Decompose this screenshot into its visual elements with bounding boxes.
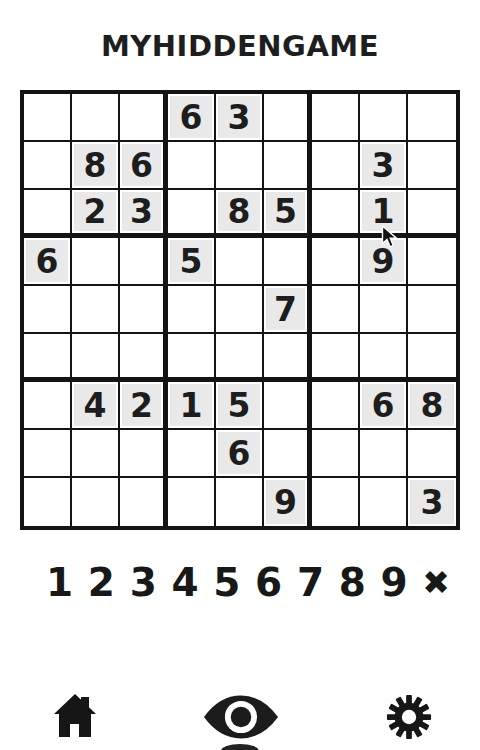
cell-r5c6[interactable]: 7 <box>264 286 312 334</box>
cell-r7c9[interactable]: 8 <box>408 382 456 430</box>
cell-r4c1[interactable]: 6 <box>24 238 72 286</box>
cell-r2c8[interactable]: 3 <box>360 142 408 190</box>
cell-r5c7[interactable] <box>312 286 360 334</box>
cell-r7c3[interactable]: 2 <box>120 382 168 430</box>
cell-r5c9[interactable] <box>408 286 456 334</box>
cell-r6c4[interactable] <box>168 334 216 382</box>
cell-r9c3[interactable] <box>120 478 168 526</box>
digit-9-button[interactable]: 9 <box>381 563 408 602</box>
cell-r8c4[interactable] <box>168 430 216 478</box>
cell-r9c5[interactable] <box>216 478 264 526</box>
cell-r8c5[interactable]: 6 <box>216 430 264 478</box>
cell-r9c1[interactable] <box>24 478 72 526</box>
cell-r1c4[interactable]: 6 <box>168 94 216 142</box>
cell-r7c6[interactable] <box>264 382 312 430</box>
cell-r3c2[interactable]: 2 <box>72 190 120 238</box>
sudoku-board: 63863238516597421568693 <box>20 90 460 530</box>
settings-button[interactable] <box>386 694 432 740</box>
cell-r1c5[interactable]: 3 <box>216 94 264 142</box>
cell-r1c9[interactable] <box>408 94 456 142</box>
cell-r2c4[interactable] <box>168 142 216 190</box>
cell-r3c8[interactable]: 1 <box>360 190 408 238</box>
cell-r3c7[interactable] <box>312 190 360 238</box>
cell-r4c2[interactable] <box>72 238 120 286</box>
cell-r6c7[interactable] <box>312 334 360 382</box>
sudoku-app: { "game": "sudoku", "position": "0006300… <box>0 0 480 750</box>
cell-r6c5[interactable] <box>216 334 264 382</box>
cell-r9c9[interactable]: 3 <box>408 478 456 526</box>
cell-r1c8[interactable] <box>360 94 408 142</box>
cell-r4c4[interactable]: 5 <box>168 238 216 286</box>
cell-r3c4[interactable] <box>168 190 216 238</box>
cell-r3c9[interactable] <box>408 190 456 238</box>
cell-r8c7[interactable] <box>312 430 360 478</box>
cell-r1c7[interactable] <box>312 94 360 142</box>
cell-r9c6[interactable]: 9 <box>264 478 312 526</box>
cell-r6c1[interactable] <box>24 334 72 382</box>
cell-r2c5[interactable] <box>216 142 264 190</box>
cell-r5c5[interactable] <box>216 286 264 334</box>
cell-r2c2[interactable]: 8 <box>72 142 120 190</box>
cell-r7c2[interactable]: 4 <box>72 382 120 430</box>
cell-r9c2[interactable] <box>72 478 120 526</box>
cell-r9c7[interactable] <box>312 478 360 526</box>
cell-r8c8[interactable] <box>360 430 408 478</box>
cell-r2c1[interactable] <box>24 142 72 190</box>
home-button[interactable] <box>54 694 96 740</box>
cell-r3c6[interactable]: 5 <box>264 190 312 238</box>
digit-3-button[interactable]: 3 <box>130 563 157 602</box>
reveal-button[interactable] <box>202 693 280 741</box>
cell-r6c2[interactable] <box>72 334 120 382</box>
cell-r1c1[interactable] <box>24 94 72 142</box>
cell-r4c7[interactable] <box>312 238 360 286</box>
cell-r5c1[interactable] <box>24 286 72 334</box>
cell-r4c5[interactable] <box>216 238 264 286</box>
number-selector: 123456789✖ <box>46 556 450 608</box>
digit-1-button[interactable]: 1 <box>46 563 73 602</box>
cell-r6c9[interactable] <box>408 334 456 382</box>
eye-icon <box>202 729 280 744</box>
cell-r7c1[interactable] <box>24 382 72 430</box>
cell-r8c3[interactable] <box>120 430 168 478</box>
cell-r2c7[interactable] <box>312 142 360 190</box>
cell-r3c1[interactable] <box>24 190 72 238</box>
cell-r9c4[interactable] <box>168 478 216 526</box>
cell-r3c5[interactable]: 8 <box>216 190 264 238</box>
cell-r9c8[interactable] <box>360 478 408 526</box>
cell-r7c7[interactable] <box>312 382 360 430</box>
home-icon <box>54 728 96 743</box>
digit-2-button[interactable]: 2 <box>88 563 115 602</box>
digit-6-button[interactable]: 6 <box>255 563 282 602</box>
cell-r1c2[interactable] <box>72 94 120 142</box>
cell-r2c6[interactable] <box>264 142 312 190</box>
cell-r7c4[interactable]: 1 <box>168 382 216 430</box>
cell-r2c3[interactable]: 6 <box>120 142 168 190</box>
cell-r8c6[interactable] <box>264 430 312 478</box>
cell-r5c3[interactable] <box>120 286 168 334</box>
bottom-peek-shape <box>221 744 259 750</box>
cell-r7c8[interactable]: 6 <box>360 382 408 430</box>
cell-r8c1[interactable] <box>24 430 72 478</box>
cell-r8c9[interactable] <box>408 430 456 478</box>
cell-r6c8[interactable] <box>360 334 408 382</box>
digit-8-button[interactable]: 8 <box>339 563 366 602</box>
digit-5-button[interactable]: 5 <box>213 563 240 602</box>
cell-r6c3[interactable] <box>120 334 168 382</box>
digit-4-button[interactable]: 4 <box>171 563 198 602</box>
cell-r5c4[interactable] <box>168 286 216 334</box>
bottom-toolbar <box>54 692 432 742</box>
cell-r4c8[interactable]: 9 <box>360 238 408 286</box>
gear-icon <box>386 728 432 743</box>
cell-r7c5[interactable]: 5 <box>216 382 264 430</box>
cell-r2c9[interactable] <box>408 142 456 190</box>
cell-r4c6[interactable] <box>264 238 312 286</box>
cell-r6c6[interactable] <box>264 334 312 382</box>
erase-button[interactable]: ✖ <box>422 566 450 599</box>
cell-r4c9[interactable] <box>408 238 456 286</box>
cell-r1c6[interactable] <box>264 94 312 142</box>
cell-r4c3[interactable] <box>120 238 168 286</box>
digit-7-button[interactable]: 7 <box>297 563 324 602</box>
cell-r5c2[interactable] <box>72 286 120 334</box>
page-title: MYHIDDENGAME <box>0 29 480 63</box>
cell-r3c3[interactable]: 3 <box>120 190 168 238</box>
cell-r1c3[interactable] <box>120 94 168 142</box>
cell-r8c2[interactable] <box>72 430 120 478</box>
cell-r5c8[interactable] <box>360 286 408 334</box>
